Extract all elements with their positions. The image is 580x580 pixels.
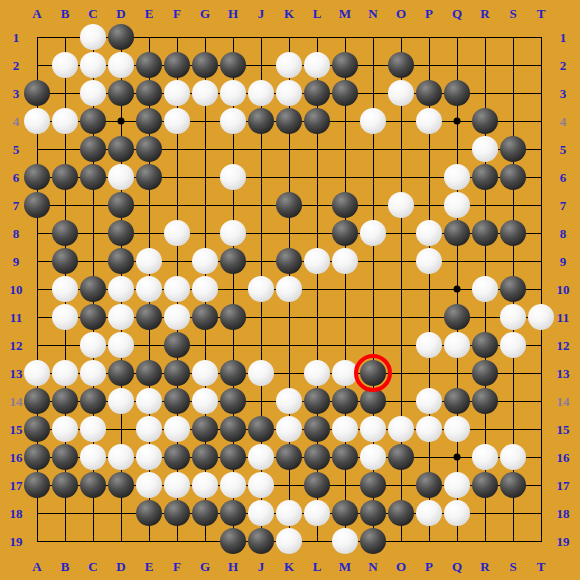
stone-black-S10 xyxy=(500,276,526,302)
stone-white-O7 xyxy=(388,192,414,218)
stone-white-N8 xyxy=(360,220,386,246)
stone-black-F12 xyxy=(164,332,190,358)
stone-white-B15 xyxy=(52,416,78,442)
row-label-right-11: 11 xyxy=(557,311,569,324)
stone-black-D1 xyxy=(108,24,134,50)
stone-black-E11 xyxy=(136,304,162,330)
stone-black-C17 xyxy=(80,472,106,498)
col-label-bottom-O: O xyxy=(396,560,406,573)
stone-white-N16 xyxy=(360,444,386,470)
col-label-bottom-S: S xyxy=(509,560,516,573)
stone-white-J3 xyxy=(248,80,274,106)
stone-black-B16 xyxy=(52,444,78,470)
col-label-bottom-E: E xyxy=(145,560,154,573)
row-label-right-13: 13 xyxy=(557,367,570,380)
stone-black-M18 xyxy=(332,500,358,526)
row-label-left-9: 9 xyxy=(13,255,20,268)
stone-black-F13 xyxy=(164,360,190,386)
stone-black-L3 xyxy=(304,80,330,106)
stone-black-D13 xyxy=(108,360,134,386)
stone-black-E4 xyxy=(136,108,162,134)
stone-black-P3 xyxy=(416,80,442,106)
col-label-bottom-G: G xyxy=(200,560,210,573)
stone-white-C3 xyxy=(80,80,106,106)
stone-black-S8 xyxy=(500,220,526,246)
stone-white-C16 xyxy=(80,444,106,470)
row-label-left-1: 1 xyxy=(13,31,20,44)
stone-white-E9 xyxy=(136,248,162,274)
stone-white-B10 xyxy=(52,276,78,302)
col-label-top-O: O xyxy=(396,7,406,20)
col-label-bottom-K: K xyxy=(284,560,294,573)
col-label-bottom-B: B xyxy=(61,560,70,573)
stone-white-P9 xyxy=(416,248,442,274)
stone-black-S5 xyxy=(500,136,526,162)
stone-black-H2 xyxy=(220,52,246,78)
row-label-right-7: 7 xyxy=(560,199,567,212)
last-move-marker xyxy=(354,354,392,392)
stone-white-G3 xyxy=(192,80,218,106)
stone-black-O16 xyxy=(388,444,414,470)
stone-white-L13 xyxy=(304,360,330,386)
col-label-bottom-R: R xyxy=(480,560,489,573)
row-label-left-19: 19 xyxy=(10,535,23,548)
col-label-top-P: P xyxy=(425,7,433,20)
row-label-right-19: 19 xyxy=(557,535,570,548)
stone-black-C14 xyxy=(80,388,106,414)
stone-black-O2 xyxy=(388,52,414,78)
stone-white-C1 xyxy=(80,24,106,50)
stone-white-E10 xyxy=(136,276,162,302)
stone-black-E6 xyxy=(136,164,162,190)
stone-black-R13 xyxy=(472,360,498,386)
stone-black-N19 xyxy=(360,528,386,554)
stone-black-C10 xyxy=(80,276,106,302)
stone-white-K3 xyxy=(276,80,302,106)
stone-black-H18 xyxy=(220,500,246,526)
stone-white-G10 xyxy=(192,276,218,302)
col-label-top-H: H xyxy=(228,7,238,20)
stone-white-K14 xyxy=(276,388,302,414)
stone-black-G2 xyxy=(192,52,218,78)
stone-black-A6 xyxy=(24,164,50,190)
stone-white-M15 xyxy=(332,416,358,442)
stone-white-E17 xyxy=(136,472,162,498)
stone-black-G18 xyxy=(192,500,218,526)
stone-black-F14 xyxy=(164,388,190,414)
stone-black-H15 xyxy=(220,416,246,442)
stone-white-F4 xyxy=(164,108,190,134)
stone-black-Q8 xyxy=(444,220,470,246)
stone-white-N4 xyxy=(360,108,386,134)
col-label-top-T: T xyxy=(537,7,546,20)
stone-black-Q14 xyxy=(444,388,470,414)
stone-white-Q17 xyxy=(444,472,470,498)
stone-black-M14 xyxy=(332,388,358,414)
stone-white-K15 xyxy=(276,416,302,442)
stone-black-M3 xyxy=(332,80,358,106)
col-label-bottom-Q: Q xyxy=(452,560,462,573)
col-label-top-J: J xyxy=(258,7,265,20)
stone-white-H4 xyxy=(220,108,246,134)
stone-white-F17 xyxy=(164,472,190,498)
stone-black-L17 xyxy=(304,472,330,498)
stone-black-J19 xyxy=(248,528,274,554)
stone-black-C5 xyxy=(80,136,106,162)
col-label-top-A: A xyxy=(32,7,41,20)
stone-white-H8 xyxy=(220,220,246,246)
row-label-right-6: 6 xyxy=(560,171,567,184)
stone-white-A4 xyxy=(24,108,50,134)
stone-black-E18 xyxy=(136,500,162,526)
stone-black-N17 xyxy=(360,472,386,498)
row-label-left-2: 2 xyxy=(13,59,20,72)
stone-black-G15 xyxy=(192,416,218,442)
stone-black-F16 xyxy=(164,444,190,470)
stone-white-P12 xyxy=(416,332,442,358)
stone-black-M2 xyxy=(332,52,358,78)
stone-white-C12 xyxy=(80,332,106,358)
stone-black-D5 xyxy=(108,136,134,162)
stone-white-P14 xyxy=(416,388,442,414)
stone-black-L4 xyxy=(304,108,330,134)
col-label-top-D: D xyxy=(116,7,125,20)
col-label-bottom-C: C xyxy=(88,560,97,573)
row-label-left-17: 17 xyxy=(10,479,23,492)
stone-black-L16 xyxy=(304,444,330,470)
row-label-left-3: 3 xyxy=(13,87,20,100)
row-label-right-14: 14 xyxy=(557,395,570,408)
stone-black-M8 xyxy=(332,220,358,246)
col-label-bottom-A: A xyxy=(32,560,41,573)
stone-black-E13 xyxy=(136,360,162,386)
row-label-right-4: 4 xyxy=(560,115,567,128)
row-label-right-10: 10 xyxy=(557,283,570,296)
stone-black-L15 xyxy=(304,416,330,442)
stone-black-B6 xyxy=(52,164,78,190)
stone-white-G17 xyxy=(192,472,218,498)
stone-white-R10 xyxy=(472,276,498,302)
stone-white-B13 xyxy=(52,360,78,386)
stone-black-E2 xyxy=(136,52,162,78)
stone-white-P4 xyxy=(416,108,442,134)
stone-black-K7 xyxy=(276,192,302,218)
stone-black-D17 xyxy=(108,472,134,498)
stone-black-F18 xyxy=(164,500,190,526)
stone-black-R8 xyxy=(472,220,498,246)
stone-black-H16 xyxy=(220,444,246,470)
col-label-top-L: L xyxy=(313,7,322,20)
stone-black-R17 xyxy=(472,472,498,498)
row-label-left-13: 13 xyxy=(10,367,23,380)
col-label-top-B: B xyxy=(61,7,70,20)
col-label-top-F: F xyxy=(173,7,181,20)
row-label-left-16: 16 xyxy=(10,451,23,464)
star-point-Q4 xyxy=(454,118,461,125)
stone-black-A7 xyxy=(24,192,50,218)
stone-white-H3 xyxy=(220,80,246,106)
row-label-left-10: 10 xyxy=(10,283,23,296)
row-label-right-8: 8 xyxy=(560,227,567,240)
stone-white-F15 xyxy=(164,416,190,442)
stone-white-E15 xyxy=(136,416,162,442)
col-label-top-G: G xyxy=(200,7,210,20)
stone-black-C6 xyxy=(80,164,106,190)
col-label-top-E: E xyxy=(145,7,154,20)
row-label-left-6: 6 xyxy=(13,171,20,184)
stone-black-G16 xyxy=(192,444,218,470)
stone-white-M9 xyxy=(332,248,358,274)
stone-black-A17 xyxy=(24,472,50,498)
stone-white-H6 xyxy=(220,164,246,190)
stone-white-D6 xyxy=(108,164,134,190)
stone-white-L2 xyxy=(304,52,330,78)
stone-white-T11 xyxy=(528,304,554,330)
star-point-Q16 xyxy=(454,454,461,461)
col-label-top-K: K xyxy=(284,7,294,20)
row-label-left-14: 14 xyxy=(10,395,23,408)
stone-white-G14 xyxy=(192,388,218,414)
stone-white-F11 xyxy=(164,304,190,330)
row-label-left-8: 8 xyxy=(13,227,20,240)
stone-black-D7 xyxy=(108,192,134,218)
stone-white-D2 xyxy=(108,52,134,78)
stone-white-H17 xyxy=(220,472,246,498)
row-label-right-9: 9 xyxy=(560,255,567,268)
stone-black-J4 xyxy=(248,108,274,134)
stone-white-B11 xyxy=(52,304,78,330)
row-label-right-15: 15 xyxy=(557,423,570,436)
stone-black-E3 xyxy=(136,80,162,106)
row-label-right-2: 2 xyxy=(560,59,567,72)
stone-white-L18 xyxy=(304,500,330,526)
col-label-bottom-N: N xyxy=(368,560,377,573)
stone-black-B8 xyxy=(52,220,78,246)
stone-white-Q7 xyxy=(444,192,470,218)
stone-black-C4 xyxy=(80,108,106,134)
stone-black-A14 xyxy=(24,388,50,414)
stone-black-R12 xyxy=(472,332,498,358)
col-label-bottom-F: F xyxy=(173,560,181,573)
stone-white-K18 xyxy=(276,500,302,526)
stone-white-R5 xyxy=(472,136,498,162)
stone-white-E14 xyxy=(136,388,162,414)
stone-white-Q6 xyxy=(444,164,470,190)
stone-white-O15 xyxy=(388,416,414,442)
row-label-left-5: 5 xyxy=(13,143,20,156)
go-board[interactable]: AABBCCDDEEFFGGHHJJKKLLMMNNOOPPQQRRSSTT11… xyxy=(0,0,580,580)
stone-black-Q11 xyxy=(444,304,470,330)
stone-white-B2 xyxy=(52,52,78,78)
row-label-right-16: 16 xyxy=(557,451,570,464)
stone-black-A15 xyxy=(24,416,50,442)
stone-white-G9 xyxy=(192,248,218,274)
col-label-top-M: M xyxy=(339,7,351,20)
stone-white-N15 xyxy=(360,416,386,442)
stone-black-D9 xyxy=(108,248,134,274)
stone-white-K2 xyxy=(276,52,302,78)
stone-white-E16 xyxy=(136,444,162,470)
stone-black-B14 xyxy=(52,388,78,414)
stone-white-K10 xyxy=(276,276,302,302)
stone-white-Q12 xyxy=(444,332,470,358)
stone-black-K9 xyxy=(276,248,302,274)
stone-white-C13 xyxy=(80,360,106,386)
stone-black-M7 xyxy=(332,192,358,218)
stone-black-G11 xyxy=(192,304,218,330)
stone-white-J17 xyxy=(248,472,274,498)
stone-black-H14 xyxy=(220,388,246,414)
col-label-top-Q: Q xyxy=(452,7,462,20)
stone-black-S17 xyxy=(500,472,526,498)
row-label-right-3: 3 xyxy=(560,87,567,100)
stone-black-L14 xyxy=(304,388,330,414)
stone-black-S6 xyxy=(500,164,526,190)
row-label-right-18: 18 xyxy=(557,507,570,520)
stone-white-S16 xyxy=(500,444,526,470)
col-label-bottom-L: L xyxy=(313,560,322,573)
stone-black-M16 xyxy=(332,444,358,470)
row-label-left-12: 12 xyxy=(10,339,23,352)
row-label-right-1: 1 xyxy=(560,31,567,44)
stone-white-D11 xyxy=(108,304,134,330)
col-label-bottom-D: D xyxy=(116,560,125,573)
row-label-left-15: 15 xyxy=(10,423,23,436)
stone-white-P18 xyxy=(416,500,442,526)
stone-black-H9 xyxy=(220,248,246,274)
star-point-D4 xyxy=(118,118,125,125)
stone-white-S11 xyxy=(500,304,526,330)
stone-black-E5 xyxy=(136,136,162,162)
stone-white-D14 xyxy=(108,388,134,414)
stone-white-D12 xyxy=(108,332,134,358)
col-label-bottom-T: T xyxy=(537,560,546,573)
stone-black-H19 xyxy=(220,528,246,554)
stone-white-P15 xyxy=(416,416,442,442)
col-label-bottom-J: J xyxy=(258,560,265,573)
stone-black-Q3 xyxy=(444,80,470,106)
row-label-left-18: 18 xyxy=(10,507,23,520)
stone-black-K16 xyxy=(276,444,302,470)
stone-black-R14 xyxy=(472,388,498,414)
col-label-bottom-H: H xyxy=(228,560,238,573)
stone-white-F10 xyxy=(164,276,190,302)
stone-black-J15 xyxy=(248,416,274,442)
stone-black-A3 xyxy=(24,80,50,106)
stone-black-H11 xyxy=(220,304,246,330)
stone-white-Q18 xyxy=(444,500,470,526)
stone-black-F2 xyxy=(164,52,190,78)
stone-white-J16 xyxy=(248,444,274,470)
row-label-right-12: 12 xyxy=(557,339,570,352)
stone-black-N18 xyxy=(360,500,386,526)
stone-white-M19 xyxy=(332,528,358,554)
stone-black-H13 xyxy=(220,360,246,386)
stone-white-C2 xyxy=(80,52,106,78)
stone-black-B9 xyxy=(52,248,78,274)
row-label-right-5: 5 xyxy=(560,143,567,156)
stone-white-F3 xyxy=(164,80,190,106)
stone-white-O3 xyxy=(388,80,414,106)
stone-white-L9 xyxy=(304,248,330,274)
col-label-top-N: N xyxy=(368,7,377,20)
stone-white-D16 xyxy=(108,444,134,470)
col-label-top-C: C xyxy=(88,7,97,20)
col-label-bottom-M: M xyxy=(339,560,351,573)
stone-white-P8 xyxy=(416,220,442,246)
stone-white-S12 xyxy=(500,332,526,358)
col-label-top-S: S xyxy=(509,7,516,20)
stone-white-F8 xyxy=(164,220,190,246)
stone-black-R6 xyxy=(472,164,498,190)
col-label-bottom-P: P xyxy=(425,560,433,573)
stone-white-B4 xyxy=(52,108,78,134)
stone-black-K4 xyxy=(276,108,302,134)
stone-white-D10 xyxy=(108,276,134,302)
stone-black-A16 xyxy=(24,444,50,470)
star-point-Q10 xyxy=(454,286,461,293)
stone-black-O18 xyxy=(388,500,414,526)
stone-white-J18 xyxy=(248,500,274,526)
grid-line-v-T xyxy=(541,37,542,542)
stone-black-D8 xyxy=(108,220,134,246)
stone-white-J13 xyxy=(248,360,274,386)
row-label-right-17: 17 xyxy=(557,479,570,492)
stone-white-C15 xyxy=(80,416,106,442)
stone-black-R4 xyxy=(472,108,498,134)
stone-black-P17 xyxy=(416,472,442,498)
stone-black-B17 xyxy=(52,472,78,498)
row-label-left-4: 4 xyxy=(13,115,20,128)
stone-white-A13 xyxy=(24,360,50,386)
stone-white-K19 xyxy=(276,528,302,554)
stone-black-D3 xyxy=(108,80,134,106)
stone-black-C11 xyxy=(80,304,106,330)
stone-white-Q15 xyxy=(444,416,470,442)
stone-white-R16 xyxy=(472,444,498,470)
stone-white-J10 xyxy=(248,276,274,302)
stone-white-G13 xyxy=(192,360,218,386)
row-label-left-7: 7 xyxy=(13,199,20,212)
row-label-left-11: 11 xyxy=(10,311,22,324)
col-label-top-R: R xyxy=(480,7,489,20)
